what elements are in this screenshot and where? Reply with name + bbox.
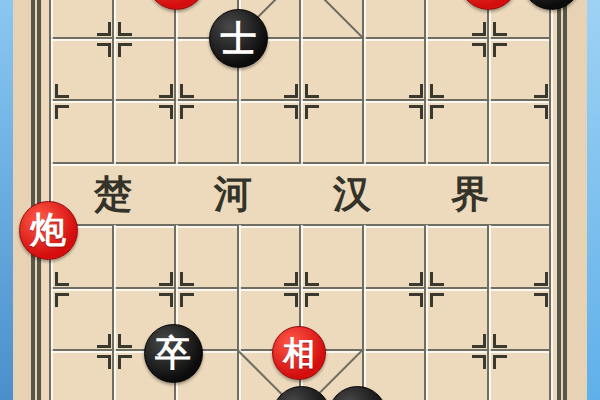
river-text-han: 汉	[333, 175, 371, 213]
xiangqi-board-screen: 楚 河 汉 界 士炮卒相	[0, 0, 600, 400]
piece-label: 卒	[155, 335, 191, 371]
piece-red-e7[interactable]: 相	[272, 326, 326, 380]
river-text-he: 河	[214, 175, 252, 213]
xiangqi-board: 楚 河 汉 界 士炮卒相	[0, 0, 600, 400]
piece-black-c7[interactable]: 卒	[144, 324, 203, 383]
piece-label: 炮	[30, 212, 66, 248]
piece-black-d2[interactable]: 士	[209, 9, 268, 68]
piece-red-a5[interactable]: 炮	[19, 201, 78, 260]
piece-label: 相	[283, 337, 315, 369]
piece-label: 士	[221, 21, 257, 57]
river-text-chu: 楚	[94, 175, 132, 213]
river-text-jie: 界	[451, 175, 489, 213]
